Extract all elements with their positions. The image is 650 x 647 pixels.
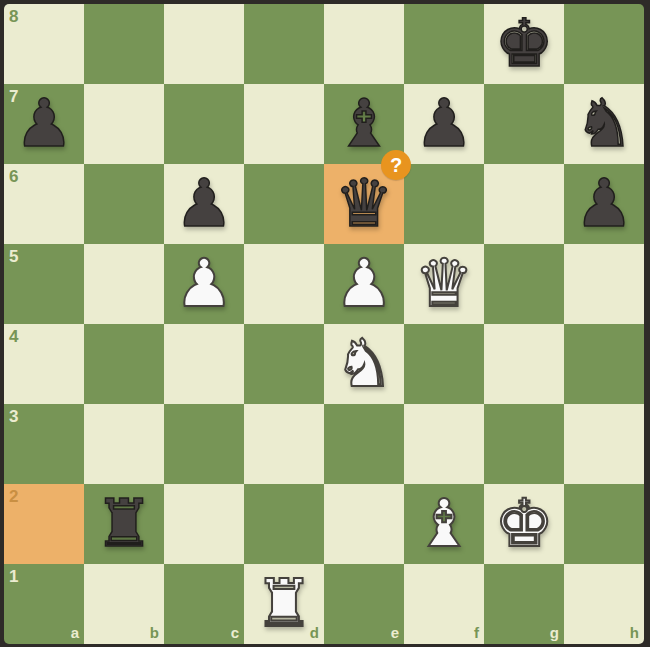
square-g7[interactable] [484, 84, 564, 164]
piece-white-bishop[interactable]: ♝ [404, 484, 484, 564]
square-f7[interactable]: ♟ [404, 84, 484, 164]
square-d4[interactable] [244, 324, 324, 404]
square-f2[interactable]: ♝ [404, 484, 484, 564]
piece-white-pawn[interactable]: ♟ [164, 244, 244, 324]
square-b5[interactable] [84, 244, 164, 324]
square-c7[interactable] [164, 84, 244, 164]
board-container: 8♚7♟♝♟♞6♟♛?♟5♟♟♛4♞32♜♝♚1abcd♜efgh [0, 0, 650, 647]
square-g2[interactable]: ♚ [484, 484, 564, 564]
rank-label-1: 1 [9, 568, 18, 585]
square-a2[interactable]: 2 [4, 484, 84, 564]
square-a5[interactable]: 5 [4, 244, 84, 324]
square-f1[interactable]: f [404, 564, 484, 644]
square-g6[interactable] [484, 164, 564, 244]
square-g3[interactable] [484, 404, 564, 484]
rank-label-8: 8 [9, 8, 18, 25]
square-b2[interactable]: ♜ [84, 484, 164, 564]
square-g1[interactable]: g [484, 564, 564, 644]
square-a4[interactable]: 4 [4, 324, 84, 404]
square-e6[interactable]: ♛? [324, 164, 404, 244]
square-e2[interactable] [324, 484, 404, 564]
file-label-e: e [391, 625, 399, 640]
square-h3[interactable] [564, 404, 644, 484]
square-e4[interactable]: ♞ [324, 324, 404, 404]
square-d6[interactable] [244, 164, 324, 244]
square-d3[interactable] [244, 404, 324, 484]
square-b3[interactable] [84, 404, 164, 484]
square-b6[interactable] [84, 164, 164, 244]
square-e5[interactable]: ♟ [324, 244, 404, 324]
file-label-g: g [550, 625, 559, 640]
piece-white-rook[interactable]: ♜ [244, 564, 324, 644]
file-label-f: f [474, 625, 479, 640]
piece-black-pawn[interactable]: ♟ [164, 164, 244, 244]
rank-label-4: 4 [9, 328, 18, 345]
file-label-h: h [630, 625, 639, 640]
square-b1[interactable]: b [84, 564, 164, 644]
piece-black-knight[interactable]: ♞ [564, 84, 644, 164]
piece-black-pawn[interactable]: ♟ [404, 84, 484, 164]
square-h6[interactable]: ♟ [564, 164, 644, 244]
square-h5[interactable] [564, 244, 644, 324]
square-h8[interactable] [564, 4, 644, 84]
square-e1[interactable]: e [324, 564, 404, 644]
square-c4[interactable] [164, 324, 244, 404]
square-d2[interactable] [244, 484, 324, 564]
square-d1[interactable]: d♜ [244, 564, 324, 644]
square-c3[interactable] [164, 404, 244, 484]
rank-label-3: 3 [9, 408, 18, 425]
square-b8[interactable] [84, 4, 164, 84]
square-h7[interactable]: ♞ [564, 84, 644, 164]
piece-black-pawn[interactable]: ♟ [564, 164, 644, 244]
square-f6[interactable] [404, 164, 484, 244]
file-label-c: c [231, 625, 239, 640]
square-f4[interactable] [404, 324, 484, 404]
square-e8[interactable] [324, 4, 404, 84]
square-h1[interactable]: h [564, 564, 644, 644]
square-d8[interactable] [244, 4, 324, 84]
square-c8[interactable] [164, 4, 244, 84]
rank-label-2: 2 [9, 488, 18, 505]
piece-black-rook[interactable]: ♜ [84, 484, 164, 564]
square-c1[interactable]: c [164, 564, 244, 644]
square-f3[interactable] [404, 404, 484, 484]
square-d5[interactable] [244, 244, 324, 324]
square-e3[interactable] [324, 404, 404, 484]
mistake-badge: ? [381, 150, 411, 180]
square-b4[interactable] [84, 324, 164, 404]
rank-label-5: 5 [9, 248, 18, 265]
square-a8[interactable]: 8 [4, 4, 84, 84]
piece-black-pawn[interactable]: ♟ [4, 84, 84, 164]
piece-white-knight[interactable]: ♞ [324, 324, 404, 404]
square-d7[interactable] [244, 84, 324, 164]
square-g4[interactable] [484, 324, 564, 404]
square-a1[interactable]: 1a [4, 564, 84, 644]
rank-label-6: 6 [9, 168, 18, 185]
square-f5[interactable]: ♛ [404, 244, 484, 324]
square-h4[interactable] [564, 324, 644, 404]
square-a6[interactable]: 6 [4, 164, 84, 244]
square-a7[interactable]: 7♟ [4, 84, 84, 164]
file-label-a: a [71, 625, 79, 640]
piece-white-queen[interactable]: ♛ [404, 244, 484, 324]
piece-white-pawn[interactable]: ♟ [324, 244, 404, 324]
square-g5[interactable] [484, 244, 564, 324]
square-c6[interactable]: ♟ [164, 164, 244, 244]
square-b7[interactable] [84, 84, 164, 164]
square-h2[interactable] [564, 484, 644, 564]
square-c5[interactable]: ♟ [164, 244, 244, 324]
square-c2[interactable] [164, 484, 244, 564]
square-a3[interactable]: 3 [4, 404, 84, 484]
piece-white-king[interactable]: ♚ [484, 484, 564, 564]
file-label-b: b [150, 625, 159, 640]
square-g8[interactable]: ♚ [484, 4, 564, 84]
chess-board: 8♚7♟♝♟♞6♟♛?♟5♟♟♛4♞32♜♝♚1abcd♜efgh [4, 4, 644, 644]
piece-black-king[interactable]: ♚ [484, 4, 564, 84]
square-f8[interactable] [404, 4, 484, 84]
